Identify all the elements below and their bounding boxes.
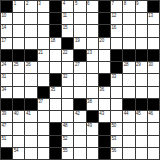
white-cell[interactable]: 44 — [123, 111, 134, 122]
white-cell[interactable] — [148, 38, 159, 49]
clue-number: 6 — [87, 1, 89, 6]
black-cell — [136, 99, 147, 110]
white-cell[interactable] — [87, 38, 98, 49]
clue-number: 39 — [2, 111, 7, 116]
black-cell — [74, 50, 85, 61]
white-cell[interactable] — [111, 87, 122, 98]
white-cell[interactable]: 36 — [99, 87, 110, 98]
white-cell[interactable] — [25, 148, 36, 159]
clue-number: 15 — [63, 25, 68, 30]
clue-number: 23 — [87, 50, 92, 55]
white-cell[interactable] — [111, 111, 122, 122]
white-cell[interactable]: 16 — [111, 25, 122, 36]
white-cell[interactable] — [136, 13, 147, 24]
white-cell[interactable]: 10 — [1, 13, 12, 24]
white-cell[interactable]: 23 — [87, 50, 98, 61]
white-cell[interactable] — [123, 74, 134, 85]
clue-number: 29 — [136, 62, 141, 67]
clue-number: 8 — [124, 1, 126, 6]
white-cell[interactable] — [136, 87, 147, 98]
black-cell — [111, 62, 122, 73]
clue-number: 51 — [2, 136, 7, 141]
white-cell[interactable]: 26 — [25, 62, 36, 73]
white-cell[interactable] — [87, 62, 98, 73]
white-cell[interactable] — [136, 148, 147, 159]
white-cell[interactable]: 25 — [13, 62, 24, 73]
white-cell[interactable] — [148, 136, 159, 147]
white-cell[interactable] — [148, 148, 159, 159]
white-cell[interactable] — [136, 74, 147, 85]
white-cell[interactable] — [74, 87, 85, 98]
clue-number: 45 — [136, 111, 141, 116]
white-cell[interactable]: 49 — [87, 123, 98, 134]
black-cell — [148, 50, 159, 61]
white-cell[interactable]: 31 — [1, 74, 12, 85]
white-cell[interactable] — [13, 74, 24, 85]
white-cell[interactable]: 33 — [111, 74, 122, 85]
clue-number: 35 — [50, 87, 55, 92]
white-cell[interactable] — [13, 123, 24, 134]
black-cell — [13, 99, 24, 110]
black-cell — [99, 25, 110, 36]
black-cell — [1, 50, 12, 61]
clue-number: 25 — [14, 62, 19, 67]
clue-number: 28 — [124, 62, 129, 67]
white-cell[interactable] — [13, 25, 24, 36]
clue-number: 12 — [112, 13, 117, 18]
white-cell[interactable]: 56 — [111, 148, 122, 159]
clue-number: 42 — [75, 111, 80, 116]
clue-number: 18 — [50, 38, 55, 43]
black-cell — [136, 50, 147, 61]
black-cell — [62, 38, 73, 49]
white-cell[interactable] — [148, 87, 159, 98]
clue-number: 17 — [2, 38, 7, 43]
white-cell[interactable] — [123, 136, 134, 147]
white-cell[interactable]: 13 — [148, 13, 159, 24]
white-cell[interactable]: 20 — [99, 38, 110, 49]
black-cell — [1, 148, 12, 159]
white-cell[interactable]: 8 — [123, 1, 134, 12]
clue-number: 7 — [112, 1, 114, 6]
white-cell[interactable] — [25, 13, 36, 24]
white-cell[interactable] — [38, 111, 49, 122]
white-cell[interactable]: 37 — [38, 99, 49, 110]
black-cell — [99, 13, 110, 24]
white-cell[interactable] — [99, 62, 110, 73]
clue-number: 21 — [38, 50, 43, 55]
white-cell[interactable] — [99, 50, 110, 61]
black-cell — [1, 99, 12, 110]
black-cell — [123, 99, 134, 110]
white-cell[interactable]: 29 — [136, 62, 147, 73]
white-cell[interactable] — [136, 38, 147, 49]
clue-number: 33 — [112, 74, 117, 79]
white-cell[interactable] — [123, 13, 134, 24]
white-cell[interactable] — [38, 38, 49, 49]
white-cell[interactable]: 30 — [148, 62, 159, 73]
white-cell[interactable] — [123, 38, 134, 49]
clue-number: 53 — [112, 136, 117, 141]
clue-number: 37 — [38, 99, 43, 104]
white-cell[interactable]: 32 — [62, 74, 73, 85]
crossword-grid: 1234567891011121314151617181920212223242… — [0, 0, 160, 160]
white-cell[interactable] — [50, 99, 61, 110]
white-cell[interactable] — [87, 13, 98, 24]
white-cell[interactable] — [123, 87, 134, 98]
white-cell[interactable]: 40 — [13, 111, 24, 122]
white-cell[interactable] — [87, 25, 98, 36]
white-cell[interactable] — [38, 13, 49, 24]
white-cell[interactable]: 41 — [25, 111, 36, 122]
white-cell[interactable]: 7 — [111, 1, 122, 12]
white-cell[interactable]: 1 — [13, 1, 24, 12]
white-cell[interactable]: 55 — [62, 148, 73, 159]
white-cell[interactable] — [74, 13, 85, 24]
clue-number: 4 — [63, 1, 65, 6]
white-cell[interactable]: 2 — [25, 1, 36, 12]
white-cell[interactable] — [62, 111, 73, 122]
white-cell[interactable]: 48 — [62, 123, 73, 134]
white-cell[interactable]: 17 — [1, 38, 12, 49]
clue-number: 13 — [148, 13, 153, 18]
black-cell — [99, 148, 110, 159]
white-cell[interactable] — [136, 123, 147, 134]
white-cell[interactable] — [13, 136, 24, 147]
white-cell[interactable] — [74, 123, 85, 134]
clue-number: 38 — [87, 99, 92, 104]
white-cell[interactable]: 54 — [13, 148, 24, 159]
white-cell[interactable]: 9 — [136, 1, 147, 12]
white-cell[interactable] — [13, 87, 24, 98]
white-cell[interactable]: 51 — [1, 136, 12, 147]
clue-number: 5 — [75, 1, 77, 6]
white-cell[interactable] — [136, 25, 147, 36]
clue-number: 34 — [2, 87, 7, 92]
clue-number: 16 — [112, 25, 117, 30]
white-cell[interactable] — [99, 99, 110, 110]
clue-number: 31 — [2, 74, 7, 79]
black-cell — [99, 123, 110, 134]
clue-number: 3 — [38, 1, 40, 6]
white-cell[interactable]: 50 — [111, 123, 122, 134]
clue-number: 14 — [2, 25, 7, 30]
clue-number: 46 — [148, 111, 153, 116]
clue-number: 44 — [124, 111, 129, 116]
clue-number: 49 — [87, 123, 92, 128]
clue-number: 1 — [14, 1, 16, 6]
clue-number: 26 — [26, 62, 31, 67]
white-cell[interactable] — [111, 99, 122, 110]
black-cell — [50, 13, 61, 24]
white-cell[interactable] — [87, 136, 98, 147]
white-cell[interactable] — [38, 25, 49, 36]
white-cell[interactable]: 3 — [38, 1, 49, 12]
white-cell[interactable] — [74, 74, 85, 85]
white-cell[interactable]: 47 — [1, 123, 12, 134]
white-cell[interactable] — [38, 148, 49, 159]
clue-number: 40 — [14, 111, 19, 116]
black-cell — [148, 1, 159, 12]
clue-number: 27 — [75, 62, 80, 67]
clue-number: 41 — [26, 111, 31, 116]
white-cell[interactable] — [38, 62, 49, 73]
clue-number: 56 — [112, 148, 117, 153]
white-cell[interactable] — [50, 50, 61, 61]
black-cell — [25, 99, 36, 110]
white-cell[interactable]: 19 — [74, 38, 85, 49]
white-cell[interactable] — [13, 38, 24, 49]
clue-number: 55 — [63, 148, 68, 153]
white-cell[interactable] — [38, 123, 49, 134]
clue-number: 48 — [63, 123, 68, 128]
white-cell[interactable]: 38 — [87, 99, 98, 110]
white-cell[interactable] — [25, 136, 36, 147]
white-cell[interactable] — [123, 148, 134, 159]
white-cell[interactable]: 43 — [99, 111, 110, 122]
black-cell — [1, 1, 12, 12]
black-cell — [25, 50, 36, 61]
white-cell[interactable] — [87, 87, 98, 98]
clue-number: 52 — [63, 136, 68, 141]
white-cell[interactable]: 11 — [62, 13, 73, 24]
white-cell[interactable] — [123, 123, 134, 134]
white-cell[interactable] — [74, 136, 85, 147]
black-cell — [74, 99, 85, 110]
white-cell[interactable]: 4 — [62, 1, 73, 12]
white-cell[interactable]: 22 — [62, 50, 73, 61]
white-cell[interactable]: 14 — [1, 25, 12, 36]
white-cell[interactable] — [25, 87, 36, 98]
white-cell[interactable]: 52 — [62, 136, 73, 147]
clue-number: 10 — [2, 13, 7, 18]
clue-number: 24 — [2, 62, 7, 67]
black-cell — [87, 111, 98, 122]
white-cell[interactable] — [38, 74, 49, 85]
white-cell[interactable] — [74, 25, 85, 36]
white-cell[interactable] — [62, 87, 73, 98]
clue-number: 32 — [63, 74, 68, 79]
white-cell[interactable] — [148, 25, 159, 36]
white-cell[interactable]: 53 — [111, 136, 122, 147]
white-cell[interactable]: 42 — [74, 111, 85, 122]
white-cell[interactable] — [111, 38, 122, 49]
clue-number: 50 — [112, 123, 117, 128]
clue-number: 22 — [63, 50, 68, 55]
clue-number: 19 — [75, 38, 80, 43]
clue-number: 2 — [26, 1, 28, 6]
black-cell — [13, 50, 24, 61]
clue-number: 9 — [136, 1, 138, 6]
white-cell[interactable] — [25, 38, 36, 49]
black-cell — [50, 136, 61, 147]
black-cell — [99, 74, 110, 85]
clue-number: 43 — [99, 111, 104, 116]
black-cell — [111, 50, 122, 61]
white-cell[interactable] — [62, 62, 73, 73]
white-cell[interactable] — [148, 74, 159, 85]
clue-number: 54 — [14, 148, 19, 153]
white-cell[interactable] — [123, 25, 134, 36]
black-cell — [99, 1, 110, 12]
white-cell[interactable] — [148, 123, 159, 134]
black-cell — [50, 148, 61, 159]
black-cell — [38, 87, 49, 98]
white-cell[interactable] — [62, 99, 73, 110]
white-cell[interactable]: 21 — [38, 50, 49, 61]
white-cell[interactable]: 24 — [1, 62, 12, 73]
white-cell[interactable]: 28 — [123, 62, 134, 73]
white-cell[interactable]: 27 — [74, 62, 85, 73]
black-cell — [123, 50, 134, 61]
black-cell — [50, 123, 61, 134]
clue-number: 36 — [99, 87, 104, 92]
white-cell[interactable]: 6 — [87, 1, 98, 12]
white-cell[interactable] — [50, 62, 61, 73]
clue-number: 11 — [63, 13, 67, 18]
black-cell — [50, 74, 61, 85]
white-cell[interactable]: 39 — [1, 111, 12, 122]
black-cell — [50, 25, 61, 36]
black-cell — [148, 99, 159, 110]
white-cell[interactable] — [13, 13, 24, 24]
white-cell[interactable]: 18 — [50, 38, 61, 49]
white-cell[interactable] — [25, 123, 36, 134]
white-cell[interactable]: 34 — [1, 87, 12, 98]
white-cell[interactable] — [25, 25, 36, 36]
white-cell[interactable]: 5 — [74, 1, 85, 12]
white-cell[interactable]: 46 — [148, 111, 159, 122]
white-cell[interactable] — [50, 111, 61, 122]
white-cell[interactable]: 35 — [50, 87, 61, 98]
clue-number: 47 — [2, 123, 7, 128]
black-cell — [50, 1, 61, 12]
white-cell[interactable] — [25, 74, 36, 85]
white-cell[interactable] — [87, 148, 98, 159]
white-cell[interactable]: 15 — [62, 25, 73, 36]
black-cell — [99, 136, 110, 147]
white-cell[interactable] — [136, 136, 147, 147]
white-cell[interactable]: 12 — [111, 13, 122, 24]
white-cell[interactable] — [38, 136, 49, 147]
clue-number: 20 — [99, 38, 104, 43]
white-cell[interactable] — [74, 148, 85, 159]
clue-number: 30 — [148, 62, 153, 67]
white-cell[interactable] — [87, 74, 98, 85]
white-cell[interactable]: 45 — [136, 111, 147, 122]
